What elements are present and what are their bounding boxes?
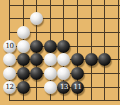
stone-black[interactable] — [98, 53, 111, 66]
stone-black-move-13[interactable]: 13 — [57, 81, 70, 94]
move-number-label: 12 — [6, 84, 14, 91]
stone-white[interactable] — [17, 26, 30, 39]
stone-black[interactable] — [57, 40, 70, 53]
stone-white[interactable] — [17, 40, 30, 53]
grid-line-horizontal — [9, 100, 120, 101]
stone-black[interactable] — [17, 53, 30, 66]
go-board[interactable]: 10121311 — [0, 0, 120, 105]
stone-white[interactable] — [57, 53, 70, 66]
grid-line-horizontal — [9, 5, 120, 6]
stone-white-move-12[interactable]: 12 — [3, 81, 16, 94]
stone-black[interactable] — [85, 53, 98, 66]
stone-black[interactable] — [17, 67, 30, 80]
stone-black[interactable] — [44, 40, 57, 53]
stone-white[interactable] — [30, 12, 43, 25]
stone-white-move-10[interactable]: 10 — [3, 40, 16, 53]
stone-black[interactable] — [17, 81, 30, 94]
stone-black-move-11[interactable]: 11 — [71, 81, 84, 94]
stone-white[interactable] — [44, 67, 57, 80]
move-number-label: 11 — [74, 84, 82, 91]
stone-white[interactable] — [3, 53, 16, 66]
stone-black[interactable] — [30, 53, 43, 66]
stone-black[interactable] — [30, 67, 43, 80]
stone-white[interactable] — [44, 81, 57, 94]
stone-white[interactable] — [3, 67, 16, 80]
grid-line-horizontal — [9, 18, 120, 19]
move-number-label: 10 — [6, 43, 14, 50]
stone-white[interactable] — [44, 53, 57, 66]
go-diagram: 10121311 — [0, 0, 120, 105]
stone-white[interactable] — [57, 67, 70, 80]
stone-black[interactable] — [71, 53, 84, 66]
stone-black[interactable] — [71, 67, 84, 80]
stone-black[interactable] — [30, 40, 43, 53]
move-number-label: 13 — [60, 84, 68, 91]
